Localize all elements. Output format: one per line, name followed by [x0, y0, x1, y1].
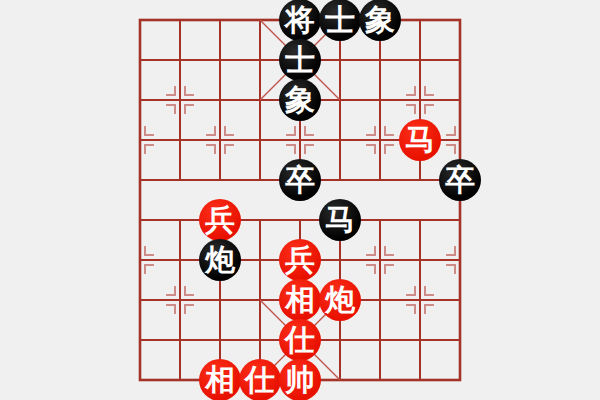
board-intersection[interactable]: 卒 — [440, 160, 480, 200]
board-intersection[interactable] — [120, 360, 160, 400]
board-intersection[interactable]: 将 — [280, 0, 320, 40]
board-intersection[interactable] — [120, 240, 160, 280]
board-intersection[interactable] — [240, 40, 280, 80]
piece-black-cannon[interactable]: 炮 — [199, 239, 241, 281]
board-intersection[interactable] — [240, 0, 280, 40]
board-intersection[interactable] — [120, 80, 160, 120]
board-intersection[interactable]: 卒 — [280, 160, 320, 200]
board-intersection[interactable] — [240, 120, 280, 160]
board-intersection[interactable]: 象 — [280, 80, 320, 120]
board-intersection[interactable] — [240, 240, 280, 280]
board-intersection[interactable] — [360, 200, 400, 240]
board-intersection[interactable] — [120, 40, 160, 80]
piece-black-advisor[interactable]: 士 — [319, 0, 361, 41]
board-intersection[interactable] — [200, 160, 240, 200]
board-intersection[interactable] — [440, 320, 480, 360]
board-intersection[interactable] — [160, 0, 200, 40]
board-intersection[interactable] — [360, 120, 400, 160]
board-intersection[interactable] — [280, 200, 320, 240]
board-intersection[interactable] — [440, 80, 480, 120]
board-intersection[interactable] — [400, 160, 440, 200]
board-intersection[interactable] — [160, 240, 200, 280]
board-intersection[interactable] — [360, 320, 400, 360]
piece-red-elephant[interactable]: 相 — [199, 359, 241, 400]
piece-black-elephant[interactable]: 象 — [279, 79, 321, 121]
board-intersection[interactable] — [360, 280, 400, 320]
piece-red-soldier[interactable]: 兵 — [279, 239, 321, 281]
board-intersection[interactable]: 相 — [280, 280, 320, 320]
board-intersection[interactable] — [400, 280, 440, 320]
board-intersection[interactable] — [160, 280, 200, 320]
board-intersection[interactable] — [400, 200, 440, 240]
board-intersection[interactable] — [120, 0, 160, 40]
board-intersection[interactable] — [160, 160, 200, 200]
board-intersection[interactable] — [440, 280, 480, 320]
board-intersection[interactable] — [280, 120, 320, 160]
board-intersection[interactable]: 兵 — [200, 200, 240, 240]
board-intersection[interactable] — [160, 320, 200, 360]
board-intersection[interactable] — [360, 80, 400, 120]
board-intersection[interactable] — [240, 80, 280, 120]
board-intersection[interactable] — [320, 120, 360, 160]
board-intersection[interactable] — [320, 240, 360, 280]
board-intersection[interactable]: 相 — [200, 360, 240, 400]
board-intersection[interactable] — [120, 280, 160, 320]
board-intersection[interactable] — [160, 40, 200, 80]
board-intersection[interactable] — [240, 280, 280, 320]
board-intersection[interactable] — [160, 80, 200, 120]
board-intersection[interactable] — [400, 240, 440, 280]
board-intersection[interactable] — [200, 320, 240, 360]
board-intersection[interactable]: 兵 — [280, 240, 320, 280]
board-intersection[interactable] — [160, 360, 200, 400]
board-intersection[interactable] — [440, 0, 480, 40]
board-intersection[interactable] — [200, 40, 240, 80]
board-intersection[interactable] — [440, 200, 480, 240]
board-intersection[interactable] — [320, 160, 360, 200]
piece-black-advisor[interactable]: 士 — [279, 39, 321, 81]
board-intersection[interactable] — [440, 40, 480, 80]
board-intersection[interactable]: 帅 — [280, 360, 320, 400]
board-intersection[interactable] — [160, 200, 200, 240]
piece-black-elephant[interactable]: 象 — [359, 0, 401, 41]
board-intersection[interactable]: 马 — [320, 200, 360, 240]
board-intersection[interactable] — [360, 240, 400, 280]
piece-black-general[interactable]: 将 — [279, 0, 321, 41]
board-intersection[interactable]: 仕 — [280, 320, 320, 360]
board-intersection[interactable] — [200, 280, 240, 320]
board-intersection[interactable] — [240, 160, 280, 200]
board-intersection[interactable] — [400, 360, 440, 400]
board-intersection[interactable]: 炮 — [320, 280, 360, 320]
board-intersection[interactable] — [240, 320, 280, 360]
board-intersection[interactable] — [120, 320, 160, 360]
piece-red-advisor[interactable]: 仕 — [239, 359, 281, 400]
board-intersection[interactable] — [120, 120, 160, 160]
board-intersection[interactable] — [320, 40, 360, 80]
board-intersection[interactable] — [400, 80, 440, 120]
board-intersection[interactable] — [360, 40, 400, 80]
board-intersection[interactable] — [240, 200, 280, 240]
xiangqi-board: 将士象士象马卒卒兵马炮兵相炮仕相仕帅 — [0, 0, 600, 400]
board-intersection[interactable] — [320, 80, 360, 120]
board-intersection[interactable] — [120, 200, 160, 240]
board-intersection[interactable] — [200, 0, 240, 40]
board-intersection[interactable]: 象 — [360, 0, 400, 40]
board-intersection[interactable] — [200, 80, 240, 120]
piece-red-advisor[interactable]: 仕 — [279, 319, 321, 361]
board-grid: 将士象士象马卒卒兵马炮兵相炮仕相仕帅 — [120, 0, 480, 400]
piece-black-horse[interactable]: 马 — [319, 199, 361, 241]
piece-red-horse[interactable]: 马 — [399, 119, 441, 161]
board-intersection[interactable] — [400, 320, 440, 360]
piece-red-general[interactable]: 帅 — [279, 359, 321, 400]
piece-red-cannon[interactable]: 炮 — [319, 279, 361, 321]
piece-black-soldier[interactable]: 卒 — [439, 159, 481, 201]
board-intersection[interactable] — [120, 160, 160, 200]
board-intersection[interactable] — [320, 320, 360, 360]
board-intersection[interactable] — [320, 360, 360, 400]
board-intersection[interactable]: 马 — [400, 120, 440, 160]
board-intersection[interactable] — [400, 40, 440, 80]
board-intersection[interactable] — [440, 120, 480, 160]
board-intersection[interactable] — [200, 120, 240, 160]
piece-red-soldier[interactable]: 兵 — [199, 199, 241, 241]
board-intersection[interactable]: 仕 — [240, 360, 280, 400]
board-intersection[interactable]: 士 — [280, 40, 320, 80]
board-intersection[interactable] — [360, 160, 400, 200]
board-intersection[interactable]: 炮 — [200, 240, 240, 280]
board-intersection[interactable] — [440, 360, 480, 400]
board-intersection[interactable]: 士 — [320, 0, 360, 40]
board-intersection[interactable] — [440, 240, 480, 280]
piece-black-soldier[interactable]: 卒 — [279, 159, 321, 201]
board-intersection[interactable] — [400, 0, 440, 40]
board-intersection[interactable] — [160, 120, 200, 160]
board-intersection[interactable] — [360, 360, 400, 400]
piece-red-elephant[interactable]: 相 — [279, 279, 321, 321]
